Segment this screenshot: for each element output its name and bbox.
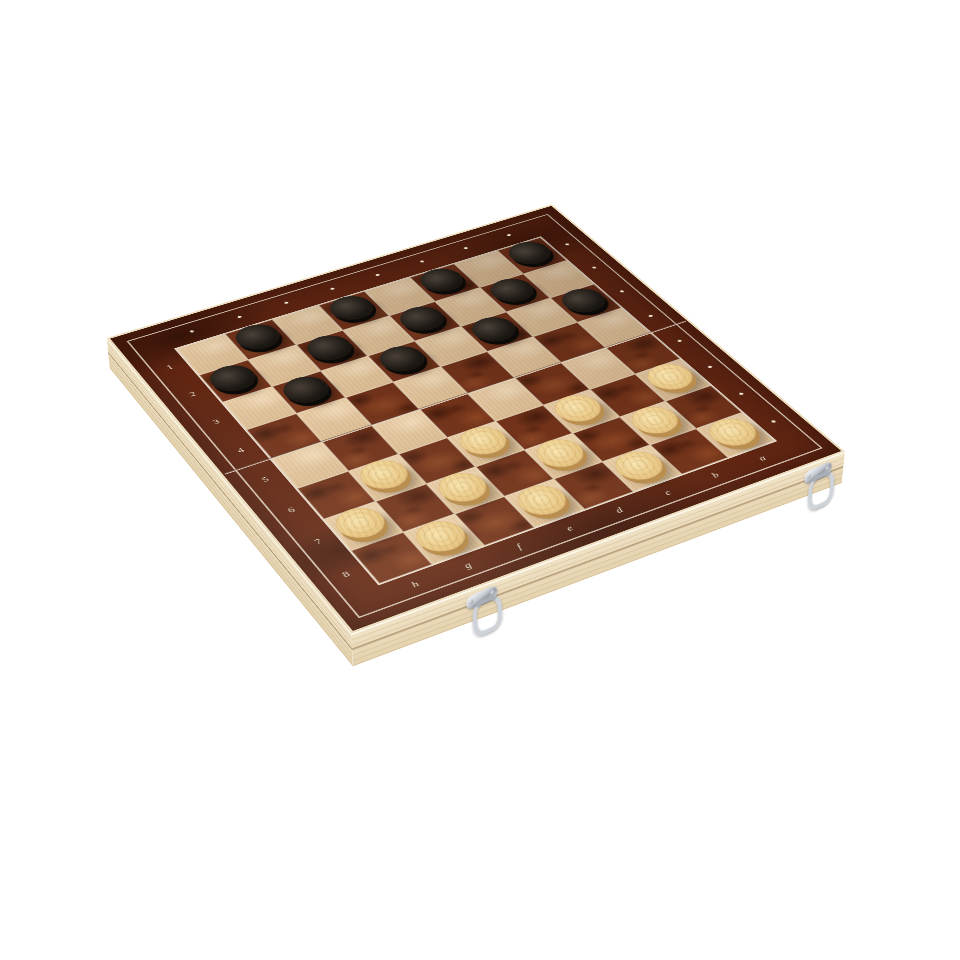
checker-white-g6[interactable] <box>352 455 416 494</box>
metal-clasp-left <box>463 583 502 648</box>
checker-black-a1[interactable] <box>501 238 558 268</box>
product-photo: 12345678hgfedcba◆◆◆◆◆◆◆◆◆◆◆◆◆◆◆◆ <box>0 0 960 960</box>
checker-white-a8[interactable] <box>700 414 764 451</box>
file-label-g: g <box>455 557 481 573</box>
square-a8[interactable] <box>696 413 774 458</box>
checker-white-e8[interactable] <box>509 480 575 520</box>
file-label-a: a <box>749 451 774 465</box>
square-h4[interactable] <box>246 414 321 459</box>
checker-white-e6[interactable] <box>451 422 514 459</box>
checker-white-b7[interactable] <box>623 402 686 438</box>
board-top-surface: 12345678hgfedcba◆◆◆◆◆◆◆◆◆◆◆◆◆◆◆◆ <box>107 204 845 633</box>
checker-black-e1[interactable] <box>322 292 380 324</box>
checker-black-e3[interactable] <box>372 342 432 376</box>
square-e6[interactable] <box>447 421 524 466</box>
edge-marker-icon: ◆ <box>282 300 291 305</box>
file-label-h: h <box>402 576 428 592</box>
square-f8[interactable] <box>454 497 534 546</box>
square-h7[interactable] <box>324 501 404 551</box>
rank-label-4: 4 <box>228 443 252 457</box>
file-label-c: c <box>655 485 680 500</box>
rank-label-3: 3 <box>204 415 228 429</box>
edge-marker-icon: ◆ <box>705 364 715 369</box>
checker-black-g1[interactable] <box>229 321 287 354</box>
edge-marker-icon: ◆ <box>675 338 685 343</box>
square-g5[interactable] <box>322 426 398 472</box>
checker-white-c6[interactable] <box>547 390 610 426</box>
edge-marker-icon: ◆ <box>187 329 196 334</box>
square-h8[interactable] <box>351 532 432 583</box>
square-g8[interactable] <box>403 514 484 564</box>
square-h6[interactable] <box>297 471 375 519</box>
rank-label-1: 1 <box>158 361 181 374</box>
square-d8[interactable] <box>554 462 634 509</box>
edge-marker-icon: ◆ <box>768 418 778 424</box>
checker-black-c3[interactable] <box>464 313 523 346</box>
file-label-e: e <box>557 521 583 536</box>
square-f5[interactable] <box>371 409 447 454</box>
rank-label-6: 6 <box>279 503 304 518</box>
square-d6[interactable] <box>496 405 573 450</box>
square-f7[interactable] <box>426 467 505 515</box>
square-f6[interactable] <box>398 438 475 484</box>
rank-label-5: 5 <box>253 472 278 487</box>
square-b7[interactable] <box>619 401 696 445</box>
edge-marker-icon: ◆ <box>504 233 513 238</box>
edge-marker-icon: ◆ <box>235 314 244 319</box>
checker-black-a3[interactable] <box>554 285 613 317</box>
edge-marker-icon: ◆ <box>373 272 382 277</box>
edge-marker-icon: ◆ <box>417 259 426 264</box>
square-g6[interactable] <box>348 454 426 501</box>
checker-white-g8[interactable] <box>407 516 473 557</box>
edge-marker-icon: ◆ <box>736 391 746 397</box>
square-h5[interactable] <box>271 442 348 488</box>
checker-white-a6[interactable] <box>639 360 701 395</box>
checker-white-d7[interactable] <box>528 434 592 472</box>
edge-marker-icon: ◆ <box>328 286 337 291</box>
rank-label-7: 7 <box>305 534 330 550</box>
square-g4[interactable] <box>296 398 371 442</box>
edge-marker-icon: ◆ <box>590 265 599 270</box>
checker-white-h7[interactable] <box>328 502 393 543</box>
edge-marker-icon: ◆ <box>461 246 470 251</box>
square-e5[interactable] <box>420 394 496 438</box>
checker-black-c1[interactable] <box>413 265 470 296</box>
square-c8[interactable] <box>602 445 681 492</box>
square-e7[interactable] <box>475 450 553 497</box>
square-g7[interactable] <box>375 484 454 533</box>
checker-white-c8[interactable] <box>606 446 671 484</box>
rank-label-8: 8 <box>333 566 359 582</box>
checker-black-h2[interactable] <box>203 361 263 396</box>
square-c6[interactable] <box>543 389 619 433</box>
edge-marker-icon: ◆ <box>617 289 626 294</box>
edge-marker-icon: ◆ <box>646 313 656 318</box>
checker-black-d2[interactable] <box>393 302 452 334</box>
rank-label-2: 2 <box>181 387 204 400</box>
game-board: 12345678hgfedcba◆◆◆◆◆◆◆◆◆◆◆◆◆◆◆◆ <box>107 204 845 633</box>
metal-clasp-right <box>801 459 834 521</box>
square-b8[interactable] <box>650 429 729 475</box>
checker-black-g3[interactable] <box>276 372 336 407</box>
checker-black-b2[interactable] <box>483 275 541 306</box>
checker-white-f7[interactable] <box>430 468 495 507</box>
file-label-d: d <box>606 503 632 518</box>
edge-marker-icon: ◆ <box>563 242 572 247</box>
checker-black-f2[interactable] <box>300 331 359 364</box>
file-label-b: b <box>703 468 728 482</box>
square-e8[interactable] <box>505 479 585 527</box>
square-c7[interactable] <box>572 417 650 462</box>
square-d7[interactable] <box>524 433 602 479</box>
file-label-f: f <box>506 539 532 555</box>
